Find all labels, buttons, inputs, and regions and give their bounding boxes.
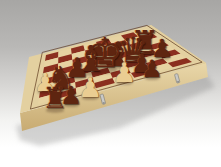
chess-set-photo: ♜♟♛♝♚♝♟♟♟♟♞♟♟♟♜ (0, 0, 221, 167)
chess-box-board (0, 0, 221, 167)
